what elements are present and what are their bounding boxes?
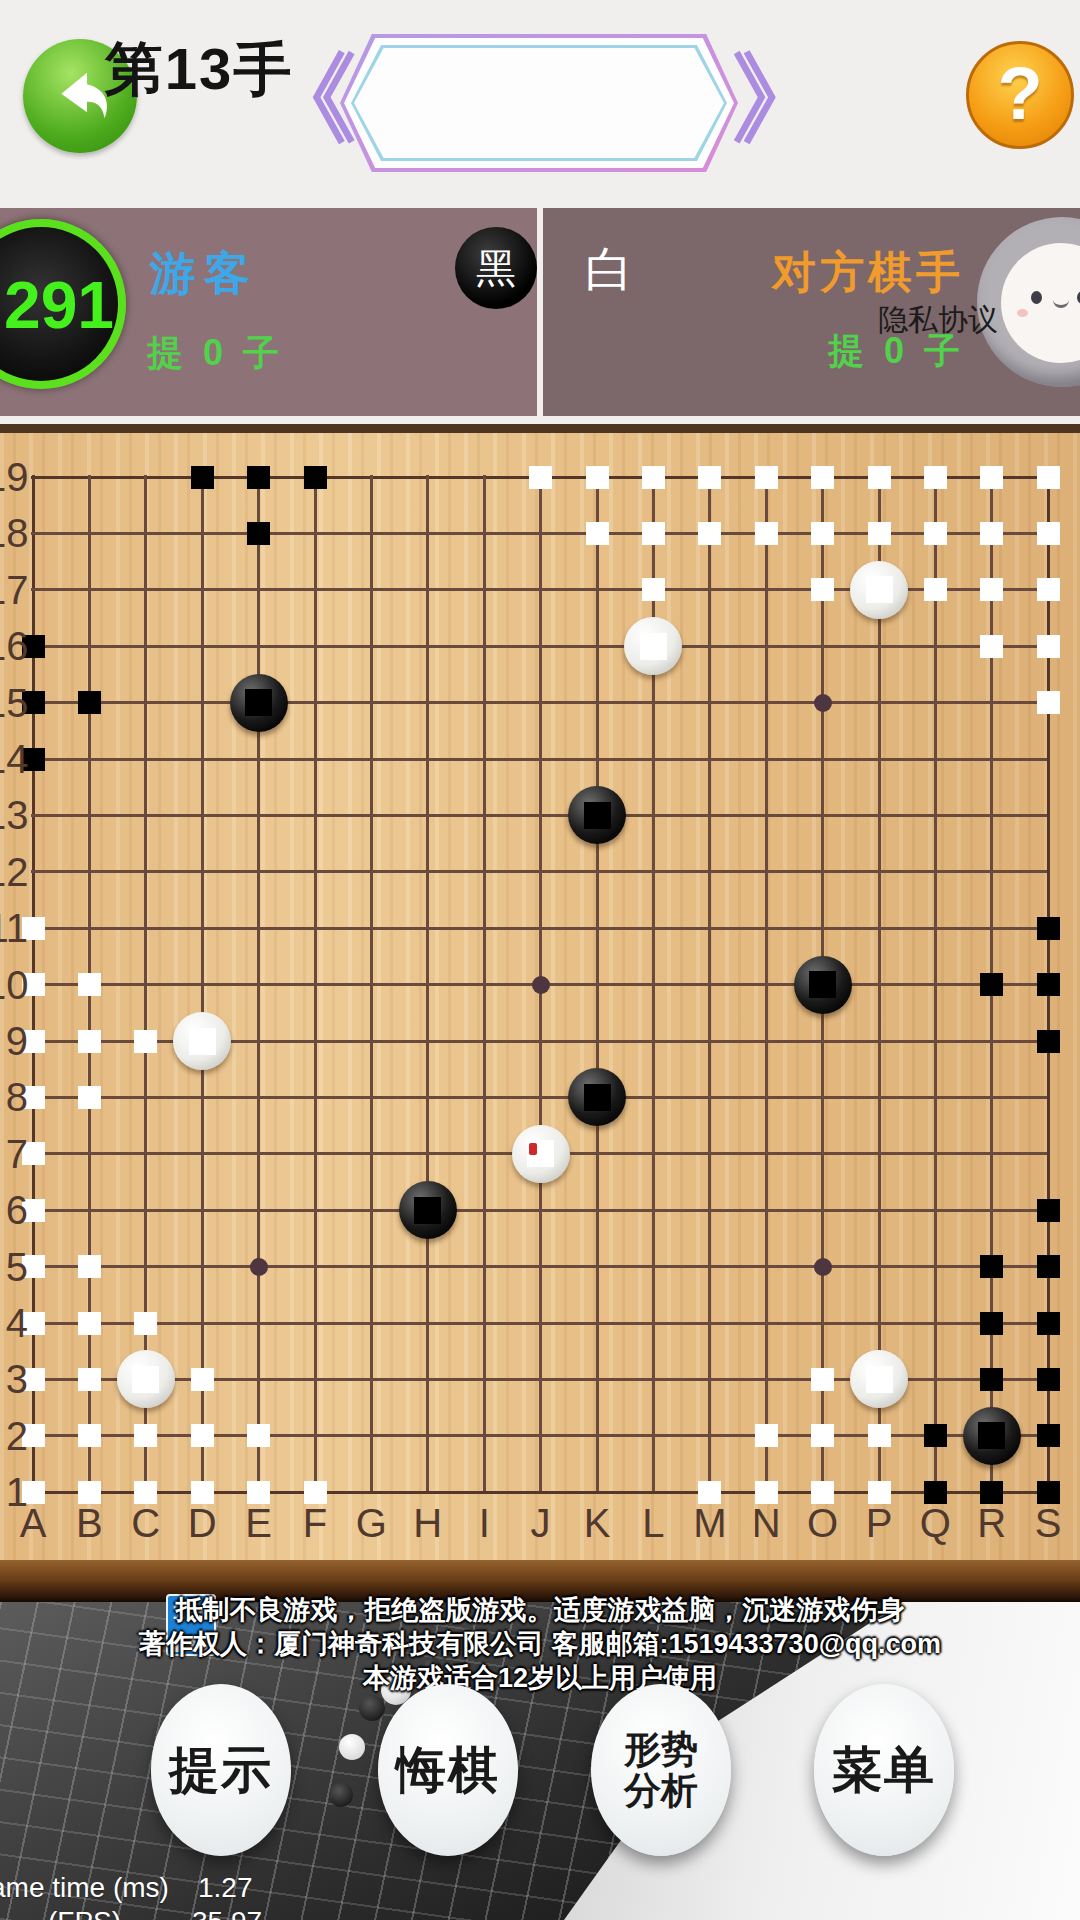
menu-button[interactable]: 菜单	[814, 1684, 954, 1856]
fps-value: 35.97	[192, 1906, 262, 1920]
hint-button[interactable]: 提示	[151, 1684, 291, 1856]
privacy-policy-link[interactable]: 隐私协议	[878, 300, 998, 341]
button-label: 悔棋	[396, 1737, 500, 1804]
decorative-stone	[359, 1695, 385, 1721]
copyright-notice: 著作权人：厦门神奇科技有限公司 客服邮箱:1519433730@qq.com	[40, 1626, 1040, 1662]
page-title: 第13手	[0, 0, 398, 138]
board-click-area[interactable]	[0, 424, 1080, 1560]
decorative-stone	[339, 1734, 365, 1760]
go-app-screen: { "game": "go", "board_size": 19, "heade…	[0, 0, 1080, 1920]
anti-addiction-notice: 抵制不良游戏，拒绝盗版游戏。适度游戏益脑，沉迷游戏伤身	[40, 1592, 1040, 1628]
frame-time-label: ame time (ms)	[0, 1872, 169, 1904]
frame-time-value: 1.27	[198, 1872, 253, 1904]
analysis-button[interactable]: 形势分析	[591, 1684, 731, 1856]
button-label: 菜单	[832, 1737, 936, 1804]
fps-label: (FPS)	[48, 1906, 121, 1920]
button-label: 提示	[169, 1737, 273, 1804]
button-label: 形势分析	[624, 1729, 698, 1812]
undo-button[interactable]: 悔棋	[378, 1684, 518, 1856]
decorative-stone	[329, 1783, 353, 1807]
